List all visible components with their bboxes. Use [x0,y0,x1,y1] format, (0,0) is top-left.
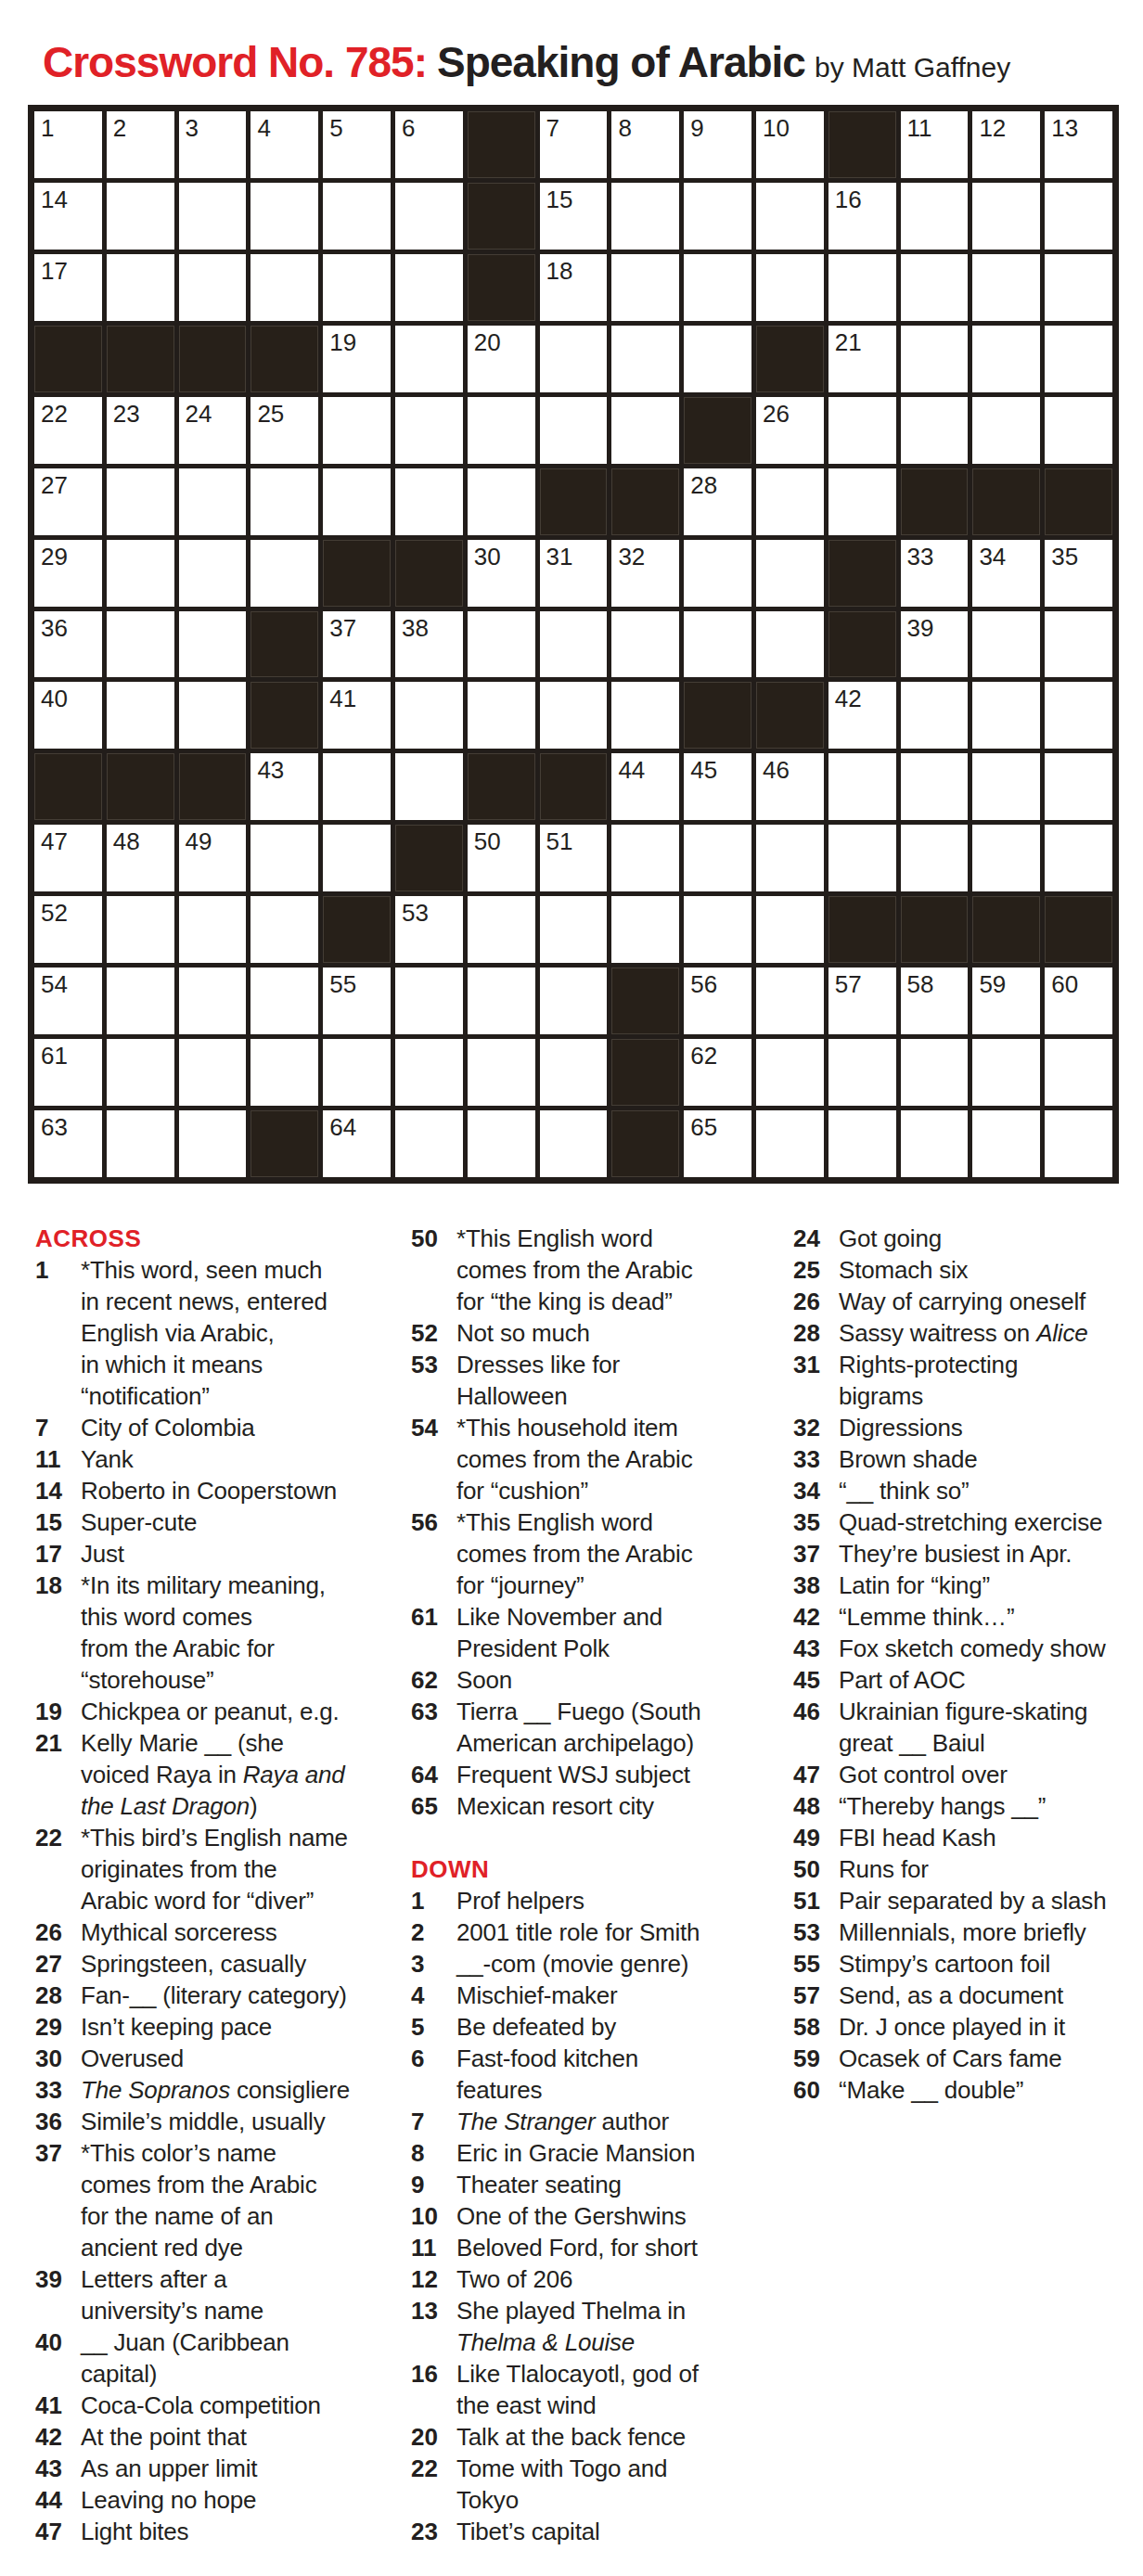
clue-number: 5 [411,2011,456,2043]
grid-cell[interactable] [901,825,969,891]
grid-cell[interactable]: 11 [901,111,969,178]
clue-number: 38 [793,1570,839,1601]
clue-item: 3__-com (movie genre) [411,1948,775,1980]
grid-cell[interactable] [972,397,1040,464]
clue-text: “__ think so” [839,1475,969,1506]
cell-number: 65 [690,1115,717,1139]
grid-cell[interactable] [828,397,896,464]
grid-cell[interactable] [611,896,679,963]
grid-cell[interactable] [972,825,1040,891]
black-cell [34,326,102,392]
grid-cell[interactable] [468,397,535,464]
grid-cell[interactable]: 64 [323,1110,391,1177]
clue-item: 37*This color’s name comes from the Arab… [35,2137,399,2263]
clue-number: 61 [411,1601,456,1633]
clue-list-header: DOWN [411,1853,775,1885]
grid-cell[interactable]: 20 [468,326,535,392]
grid-cell[interactable] [540,611,608,678]
grid-cell[interactable] [1045,397,1112,464]
clue-number: 31 [793,1349,839,1380]
grid-cell[interactable] [250,183,318,250]
black-cell [972,896,1040,963]
clue-text: Springsteen, casually [81,1948,306,1980]
clue-number: 28 [35,1980,81,2011]
grid-cell[interactable]: 46 [756,753,824,820]
grid-cell[interactable] [468,468,535,535]
grid-cell[interactable] [684,183,751,250]
grid-cell[interactable] [901,183,969,250]
grid-cell[interactable] [972,183,1040,250]
cell-number: 7 [546,116,559,140]
grid-cell[interactable] [828,753,896,820]
grid-cell[interactable] [107,682,174,749]
grid-cell[interactable] [323,397,391,464]
clue-item: 24Got going [793,1223,1143,1254]
grid-cell[interactable]: 31 [540,540,608,607]
grid-cell[interactable]: 6 [395,111,463,178]
grid-cell[interactable] [684,611,751,678]
black-cell [828,611,896,678]
grid-cell[interactable]: 4 [250,111,318,178]
clue-text: Mexican resort city [456,1790,654,1822]
grid-cell[interactable]: 51 [540,825,608,891]
grid-cell[interactable] [250,468,318,535]
grid-cell[interactable] [540,1039,608,1106]
grid-cell[interactable]: 36 [34,611,102,678]
clue-text: The Stranger author [456,2106,669,2137]
grid-cell[interactable] [540,397,608,464]
grid-cell[interactable] [828,1110,896,1177]
grid-cell[interactable] [972,753,1040,820]
grid-cell[interactable] [828,825,896,891]
grid-cell[interactable]: 58 [901,968,969,1034]
grid-cell[interactable] [179,1039,247,1106]
clue-number: 26 [35,1916,81,1948]
grid-cell[interactable]: 12 [972,111,1040,178]
clue-number: 20 [411,2421,456,2453]
clue-item: 58Dr. J once played in it [793,2011,1143,2043]
grid-cell[interactable] [179,254,247,321]
clue-number: 35 [793,1506,839,1538]
grid-cell[interactable]: 45 [684,753,751,820]
grid-cell[interactable] [107,968,174,1034]
clue-number: 42 [793,1601,839,1633]
grid-cell[interactable]: 52 [34,896,102,963]
grid-cell[interactable] [323,468,391,535]
cell-number: 33 [907,545,934,569]
grid-cell[interactable] [901,753,969,820]
black-cell [540,468,608,535]
grid-cell[interactable]: 27 [34,468,102,535]
clue-item: 9Theater seating [411,2169,775,2200]
grid-cell[interactable]: 62 [684,1039,751,1106]
grid-cell[interactable] [395,183,463,250]
grid-cell[interactable] [540,968,608,1034]
clue-item: 43Fox sketch comedy show [793,1633,1143,1664]
grid-cell[interactable] [684,825,751,891]
clue-text: *This word, seen much in recent news, en… [81,1254,327,1412]
clue-text: The Sopranos consigliere [81,2074,350,2106]
grid-cell[interactable] [107,183,174,250]
grid-cell[interactable]: 50 [468,825,535,891]
grid-cell[interactable] [901,1110,969,1177]
grid-cell[interactable] [1045,682,1112,749]
grid-cell[interactable] [395,968,463,1034]
cell-number: 5 [329,116,342,140]
grid-cell[interactable]: 35 [1045,540,1112,607]
clue-text: Beloved Ford, for short [456,2232,698,2263]
grid-cell[interactable]: 13 [1045,111,1112,178]
grid-cell[interactable] [684,326,751,392]
grid-cell[interactable] [179,540,247,607]
grid-cell[interactable] [540,682,608,749]
grid-cell[interactable]: 16 [828,183,896,250]
grid-cell[interactable]: 23 [107,397,174,464]
grid-cell[interactable]: 57 [828,968,896,1034]
clue-text: Pair separated by a slash [839,1885,1106,1916]
grid-cell[interactable] [901,326,969,392]
grid-cell[interactable] [323,825,391,891]
black-cell [323,540,391,607]
clue-text: 2001 title role for Smith [456,1916,700,1948]
grid-cell[interactable] [684,896,751,963]
grid-cell[interactable]: 15 [540,183,608,250]
grid-cell[interactable] [972,254,1040,321]
grid-cell[interactable] [1045,1110,1112,1177]
grid-cell[interactable]: 53 [395,896,463,963]
grid-cell[interactable] [250,254,318,321]
grid-cell[interactable] [1045,183,1112,250]
grid-cell[interactable] [756,1039,824,1106]
clue-number: 32 [793,1412,839,1443]
clue-item: 55Stimpy’s cartoon foil [793,1948,1143,1980]
grid-cell[interactable]: 63 [34,1110,102,1177]
grid-cell[interactable] [684,254,751,321]
grid-cell[interactable] [611,682,679,749]
grid-cell[interactable]: 61 [34,1039,102,1106]
clue-item: 47Got control over [793,1759,1143,1790]
clue-number: 53 [411,1349,456,1380]
grid-cell[interactable] [756,1110,824,1177]
grid-cell[interactable]: 33 [901,540,969,607]
grid-cell[interactable] [395,1110,463,1177]
title-byline: by Matt Gaffney [815,52,1010,83]
grid-cell[interactable] [395,397,463,464]
grid-cell[interactable] [179,183,247,250]
grid-cell[interactable] [107,896,174,963]
grid-cell[interactable] [611,183,679,250]
clues-column-3: 24Got going25Stomach six26Way of carryin… [793,1223,1143,2106]
grid-cell[interactable]: 2 [107,111,174,178]
clue-item: 42At the point that [35,2421,399,2453]
clue-number: 25 [793,1254,839,1286]
grid-cell[interactable] [468,611,535,678]
cell-number: 47 [41,829,68,853]
grid-cell[interactable]: 56 [684,968,751,1034]
grid-cell[interactable]: 29 [34,540,102,607]
grid-cell[interactable]: 37 [323,611,391,678]
grid-cell[interactable] [179,682,247,749]
grid-cell[interactable] [611,825,679,891]
grid-cell[interactable]: 19 [323,326,391,392]
grid-cell[interactable]: 49 [179,825,247,891]
clue-text: Sassy waitress on Alice [839,1317,1088,1349]
grid-cell[interactable] [250,896,318,963]
grid-cell[interactable] [107,254,174,321]
clue-number: 29 [35,2011,81,2043]
grid-cell[interactable]: 17 [34,254,102,321]
grid-cell[interactable] [1045,1039,1112,1106]
cell-number: 16 [835,187,862,211]
grid-cell[interactable] [684,540,751,607]
clue-text: Like November and President Polk [456,1601,662,1664]
clue-text: At the point that [81,2421,247,2453]
grid-cell[interactable]: 60 [1045,968,1112,1034]
grid-cell[interactable] [250,968,318,1034]
clue-number: 56 [411,1506,456,1538]
clue-text: Two of 206 [456,2263,572,2295]
grid-cell[interactable]: 22 [34,397,102,464]
grid-cell[interactable]: 34 [972,540,1040,607]
grid-cell[interactable] [756,968,824,1034]
clue-number: 7 [411,2106,456,2137]
clue-number: 63 [411,1696,456,1727]
grid-cell[interactable] [250,825,318,891]
grid-cell[interactable] [972,1110,1040,1177]
page-title: Crossword No. 785: Speaking of Arabic by… [43,37,1010,87]
black-cell [828,540,896,607]
grid-cell[interactable] [395,468,463,535]
grid-cell[interactable]: 8 [611,111,679,178]
clue-text: They’re busiest in Apr. [839,1538,1072,1570]
grid-cell[interactable] [756,254,824,321]
grid-cell[interactable] [540,896,608,963]
grid-cell[interactable]: 65 [684,1110,751,1177]
clue-text: “Thereby hangs __” [839,1790,1046,1822]
grid-cell[interactable] [1045,611,1112,678]
clue-item: 19Chickpea or peanut, e.g. [35,1696,399,1727]
grid-cell[interactable] [323,1039,391,1106]
grid-cell[interactable]: 32 [611,540,679,607]
grid-cell[interactable] [611,611,679,678]
crossword-grid: 1234567891011121314151617181920212223242… [28,105,1119,1184]
cell-number: 1 [41,116,54,140]
grid-cell[interactable]: 1 [34,111,102,178]
grid-cell[interactable] [972,682,1040,749]
cell-number: 50 [474,829,501,853]
grid-cell[interactable] [540,1110,608,1177]
grid-cell[interactable] [179,468,247,535]
cell-number: 26 [763,402,790,426]
clue-item: 26Way of carrying oneself [793,1286,1143,1317]
grid-cell[interactable] [395,1039,463,1106]
clue-text: *This English word comes from the Arabic… [456,1223,692,1317]
black-cell [684,682,751,749]
grid-cell[interactable]: 47 [34,825,102,891]
grid-cell[interactable] [323,254,391,321]
grid-cell[interactable]: 7 [540,111,608,178]
grid-cell[interactable] [179,1110,247,1177]
black-cell [756,326,824,392]
clue-number: 2 [411,1916,456,1948]
clue-item: 65Mexican resort city [411,1790,775,1822]
grid-cell[interactable]: 38 [395,611,463,678]
clue-text: Like Tlalocayotl, god of the east wind [456,2358,699,2421]
grid-cell[interactable] [611,397,679,464]
grid-cell[interactable] [828,468,896,535]
grid-cell[interactable] [395,753,463,820]
cell-number: 35 [1051,545,1078,569]
black-cell [1045,896,1112,963]
clue-text: As an upper limit [81,2453,257,2484]
clue-text: *This bird’s English name originates fro… [81,1822,348,1916]
black-cell [611,468,679,535]
grid-cell[interactable]: 5 [323,111,391,178]
grid-cell[interactable]: 18 [540,254,608,321]
grid-cell[interactable]: 48 [107,825,174,891]
grid-cell[interactable] [1045,254,1112,321]
clue-item: 45Part of AOC [793,1664,1143,1696]
clue-item: 61Like November and President Polk [411,1601,775,1664]
clue-text: Coca-Cola competition [81,2390,321,2421]
grid-cell[interactable] [756,896,824,963]
grid-cell[interactable] [901,682,969,749]
clue-number: 23 [411,2516,456,2547]
grid-cell[interactable]: 10 [756,111,824,178]
clue-text: Prof helpers [456,1885,584,1916]
grid-cell[interactable]: 41 [323,682,391,749]
grid-cell[interactable]: 9 [684,111,751,178]
clue-text: Dr. J once played in it [839,2011,1065,2043]
clue-item: 44Leaving no hope [35,2484,399,2516]
black-cell [179,326,247,392]
grid-cell[interactable] [395,326,463,392]
grid-cell[interactable] [468,896,535,963]
grid-cell[interactable] [901,254,969,321]
clue-item: 7City of Colombia [35,1412,399,1443]
grid-cell[interactable]: 43 [250,753,318,820]
clue-item: 18*In its military meaning, this word co… [35,1570,399,1696]
clue-item: 53Dresses like for Halloween [411,1349,775,1412]
cell-number: 44 [618,758,645,782]
grid-cell[interactable]: 44 [611,753,679,820]
grid-cell[interactable] [1045,825,1112,891]
grid-cell[interactable] [972,1039,1040,1106]
cell-number: 49 [186,829,212,853]
grid-cell[interactable] [540,326,608,392]
grid-cell[interactable] [611,326,679,392]
grid-cell[interactable] [179,896,247,963]
cell-number: 43 [257,758,284,782]
grid-cell[interactable]: 39 [901,611,969,678]
grid-cell[interactable] [611,254,679,321]
grid-cell[interactable] [828,254,896,321]
grid-cell[interactable]: 40 [34,682,102,749]
grid-cell[interactable] [828,1039,896,1106]
clue-text: Be defeated by [456,2011,616,2043]
grid-cell[interactable] [323,753,391,820]
grid-cell[interactable] [756,825,824,891]
grid-cell[interactable] [901,397,969,464]
grid-cell[interactable] [107,611,174,678]
clue-item: 10One of the Gershwins [411,2200,775,2232]
grid-cell[interactable] [756,540,824,607]
cell-number: 54 [41,972,68,996]
cell-number: 55 [329,972,356,996]
clue-number: 60 [793,2074,839,2106]
grid-cell[interactable] [756,183,824,250]
grid-cell[interactable]: 54 [34,968,102,1034]
grid-cell[interactable]: 28 [684,468,751,535]
grid-cell[interactable] [395,682,463,749]
grid-cell[interactable]: 42 [828,682,896,749]
grid-cell[interactable] [323,183,391,250]
black-cell [540,753,608,820]
grid-cell[interactable] [1045,753,1112,820]
grid-cell[interactable]: 26 [756,397,824,464]
clue-number: 41 [35,2390,81,2421]
grid-cell[interactable]: 24 [179,397,247,464]
grid-cell[interactable] [901,1039,969,1106]
grid-cell[interactable] [107,468,174,535]
grid-cell[interactable] [468,1110,535,1177]
grid-cell[interactable] [468,682,535,749]
grid-cell[interactable] [1045,326,1112,392]
grid-cell[interactable] [107,540,174,607]
grid-cell[interactable] [250,1039,318,1106]
grid-cell[interactable]: 21 [828,326,896,392]
grid-cell[interactable] [179,968,247,1034]
page: Crossword No. 785: Speaking of Arabic by… [0,0,1143,2576]
grid-cell[interactable]: 55 [323,968,391,1034]
grid-cell[interactable] [756,468,824,535]
cell-number: 2 [113,116,126,140]
grid-cell[interactable]: 25 [250,397,318,464]
grid-cell[interactable] [972,326,1040,392]
clue-text: Letters after a university’s name [81,2263,263,2326]
grid-cell[interactable]: 14 [34,183,102,250]
grid-cell[interactable] [468,968,535,1034]
clue-text: Part of AOC [839,1664,966,1696]
clue-item: 22*This bird’s English name originates f… [35,1822,399,1916]
grid-cell[interactable] [107,1110,174,1177]
black-cell [468,183,535,250]
cell-number: 14 [41,187,68,211]
grid-cell[interactable] [395,254,463,321]
cell-number: 62 [690,1044,717,1068]
grid-cell[interactable]: 59 [972,968,1040,1034]
cell-number: 25 [257,402,284,426]
clue-number: 39 [35,2263,81,2295]
cell-number: 10 [763,116,790,140]
grid-cell[interactable] [756,611,824,678]
clue-number: 27 [35,1948,81,1980]
cell-number: 40 [41,686,68,711]
grid-cell[interactable] [107,1039,174,1106]
clue-number: 9 [411,2169,456,2200]
black-cell [107,753,174,820]
black-cell [250,1110,318,1177]
grid-cell[interactable] [468,1039,535,1106]
clue-item: 50Runs for [793,1853,1143,1885]
grid-cell[interactable] [179,611,247,678]
cell-number: 23 [113,402,140,426]
grid-cell[interactable] [972,611,1040,678]
grid-cell[interactable]: 3 [179,111,247,178]
clue-number: 10 [411,2200,456,2232]
grid-cell[interactable]: 30 [468,540,535,607]
grid-cell[interactable] [250,540,318,607]
